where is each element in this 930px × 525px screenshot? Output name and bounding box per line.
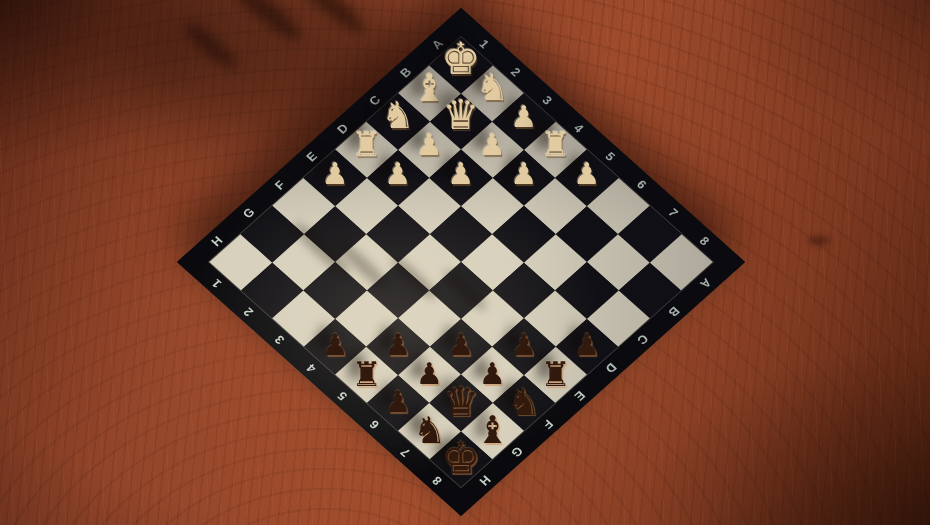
piece-black-pawn-e7[interactable]: ♟ bbox=[510, 331, 537, 361]
piece-white-pawn-d2[interactable]: ♟ bbox=[385, 158, 412, 188]
file-label-left-g: G bbox=[239, 204, 257, 220]
piece-white-pawn-b4[interactable]: ♟ bbox=[510, 158, 537, 188]
rank-label-top-4: 4 bbox=[571, 121, 587, 135]
piece-black-pawn-f7[interactable]: ♟ bbox=[479, 359, 506, 389]
file-label-left-e: E bbox=[303, 149, 320, 164]
piece-white-knight-c1[interactable]: ♞ bbox=[381, 98, 414, 135]
rank-label-bottom-5: 5 bbox=[335, 389, 351, 403]
piece-white-pawn-c3[interactable]: ♟ bbox=[448, 158, 475, 188]
file-label-right-f: F bbox=[540, 417, 557, 432]
file-label-right-g: G bbox=[507, 444, 525, 460]
piece-white-rook-a4[interactable]: ♜ bbox=[540, 128, 570, 162]
file-label-right-b: B bbox=[665, 304, 683, 320]
file-label-right-e: E bbox=[571, 388, 588, 403]
file-label-left-f: F bbox=[272, 177, 289, 192]
rank-label-bottom-1: 1 bbox=[209, 276, 225, 290]
piece-white-pawn-b3[interactable]: ♟ bbox=[479, 130, 506, 160]
piece-white-rook-d1[interactable]: ♜ bbox=[351, 128, 381, 162]
table-surface: AA11BB22CC33DD44EE55FF66GG77HH88 ♚♝♞♜♟♞♛… bbox=[0, 0, 930, 525]
rank-label-bottom-3: 3 bbox=[272, 332, 288, 346]
piece-black-queen-g7[interactable]: ♛ bbox=[443, 381, 480, 422]
piece-white-king-a1[interactable]: ♚ bbox=[441, 37, 480, 81]
piece-black-pawn-g6[interactable]: ♟ bbox=[416, 359, 443, 389]
file-label-right-d: D bbox=[602, 360, 620, 376]
rank-label-bottom-4: 4 bbox=[303, 361, 319, 375]
piece-black-rook-e8[interactable]: ♜ bbox=[540, 357, 570, 391]
file-label-left-c: C bbox=[365, 92, 383, 108]
piece-black-knight-f8[interactable]: ♞ bbox=[507, 383, 540, 420]
piece-white-queen-b2[interactable]: ♛ bbox=[443, 95, 480, 136]
piece-black-pawn-g5[interactable]: ♟ bbox=[385, 331, 412, 361]
rank-label-top-3: 3 bbox=[540, 93, 556, 107]
piece-white-pawn-a3[interactable]: ♟ bbox=[510, 102, 537, 132]
piece-black-rook-h5[interactable]: ♜ bbox=[351, 357, 381, 391]
rank-label-top-6: 6 bbox=[634, 177, 650, 191]
rank-label-bottom-2: 2 bbox=[240, 304, 256, 318]
rank-label-bottom-7: 7 bbox=[398, 445, 414, 459]
piece-black-pawn-h6[interactable]: ♟ bbox=[385, 387, 412, 417]
rank-label-bottom-6: 6 bbox=[366, 417, 382, 431]
rank-label-top-2: 2 bbox=[508, 65, 524, 79]
wood-knot bbox=[808, 236, 830, 245]
piece-white-bishop-b1[interactable]: ♝ bbox=[412, 69, 446, 107]
piece-white-pawn-a5[interactable]: ♟ bbox=[573, 158, 600, 188]
piece-white-knight-a2[interactable]: ♞ bbox=[476, 70, 509, 107]
rank-label-top-8: 8 bbox=[697, 233, 713, 247]
file-label-right-c: C bbox=[633, 332, 651, 348]
piece-white-pawn-c2[interactable]: ♟ bbox=[416, 130, 443, 160]
piece-black-pawn-h4[interactable]: ♟ bbox=[322, 331, 349, 361]
file-label-right-a: A bbox=[696, 275, 714, 291]
piece-black-king-h8[interactable]: ♚ bbox=[441, 436, 480, 480]
piece-black-pawn-d8[interactable]: ♟ bbox=[573, 331, 600, 361]
piece-white-pawn-e1[interactable]: ♟ bbox=[322, 158, 349, 188]
rank-label-top-5: 5 bbox=[603, 149, 619, 163]
piece-black-pawn-f6[interactable]: ♟ bbox=[448, 331, 475, 361]
rank-label-top-7: 7 bbox=[666, 205, 682, 219]
file-label-left-d: D bbox=[334, 120, 352, 136]
file-label-left-h: H bbox=[208, 233, 226, 249]
